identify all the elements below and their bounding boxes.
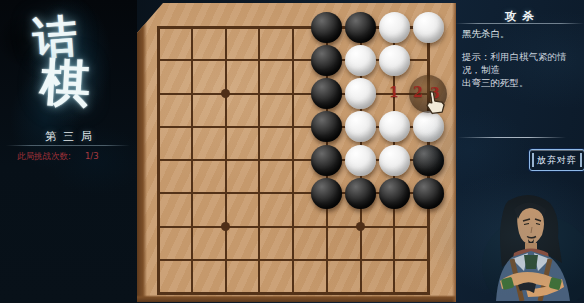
attempts-counter: 此局挑战次数: 1/3 — [17, 151, 127, 163]
grid-line — [157, 292, 430, 295]
go-board[interactable] — [137, 3, 456, 302]
game-title-char-2: 棋 — [38, 49, 91, 119]
stone-black — [413, 145, 444, 176]
stone-black — [345, 178, 376, 209]
attempts-value: 1/3 — [85, 151, 99, 163]
star-point — [221, 222, 230, 231]
game-screen: 诘 棋 第三局 此局挑战次数: 1/3 123 攻杀 黑先杀白。 提示：利用白棋… — [0, 0, 584, 303]
task-header-divider — [455, 23, 584, 24]
attempts-label: 此局挑战次数: — [17, 151, 71, 163]
task-hint: 提示：利用白棋气紧的情况，制造 出弯三的死型。 — [462, 50, 580, 89]
stone-black — [345, 12, 376, 43]
stone-white — [379, 111, 410, 142]
stone-black — [311, 145, 342, 176]
sidebar: 诘 棋 第三局 此局挑战次数: 1/3 — [0, 0, 137, 303]
stone-black — [379, 178, 410, 209]
star-point — [221, 89, 230, 98]
round-label: 第三局 — [0, 129, 137, 144]
stone-white — [345, 45, 376, 76]
stone-white — [379, 12, 410, 43]
stone-black — [311, 45, 342, 76]
stone-black — [311, 178, 342, 209]
grid-line — [157, 259, 430, 261]
sidebar-divider — [6, 145, 130, 146]
hand-cursor-icon — [422, 89, 448, 121]
grid-line — [157, 226, 430, 228]
stone-white — [345, 78, 376, 109]
move-hint-number: 1 — [389, 85, 399, 99]
stone-black — [311, 111, 342, 142]
board-grid[interactable] — [137, 3, 456, 302]
task-hint-line-1: 提示：利用白棋气紧的情况，制造 — [462, 51, 567, 75]
task-header: 攻杀 — [455, 9, 584, 24]
give-up-button[interactable]: 放弃对弈 — [529, 149, 584, 171]
stone-black — [311, 12, 342, 43]
stone-white — [413, 12, 444, 43]
stone-white — [345, 145, 376, 176]
button-divider — [458, 137, 566, 138]
stone-white — [345, 111, 376, 142]
task-hint-line-2: 出弯三的死型。 — [462, 77, 529, 88]
stone-white — [379, 45, 410, 76]
task-objective: 黑先杀白。 — [462, 27, 580, 40]
star-point — [356, 222, 365, 231]
stone-black — [413, 178, 444, 209]
stone-black — [311, 78, 342, 109]
character-portrait — [478, 193, 584, 303]
stone-white — [379, 145, 410, 176]
